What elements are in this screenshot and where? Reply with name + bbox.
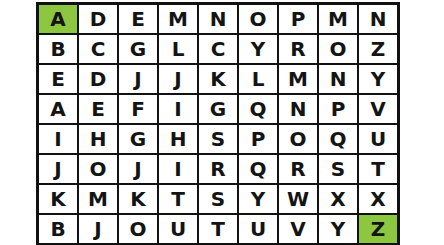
cell-r2c3[interactable]: G <box>118 34 158 64</box>
cell-r1c8[interactable]: M <box>318 4 358 34</box>
cell-r8c3[interactable]: O <box>118 214 158 244</box>
cell-r8c4[interactable]: U <box>158 214 198 244</box>
cell-r5c4[interactable]: H <box>158 124 198 154</box>
alphabet-maze-grid: ADEMNOPMNBCGLCYROZEDJJKLMNYAEFIGQNPVIHGH… <box>36 2 400 245</box>
cell-r8c8[interactable]: Y <box>318 214 358 244</box>
cell-r3c3[interactable]: J <box>118 64 158 94</box>
cell-r1c5[interactable]: N <box>198 4 238 34</box>
cell-r6c7[interactable]: R <box>278 154 318 184</box>
cell-r8c7[interactable]: V <box>278 214 318 244</box>
cell-r7c4[interactable]: T <box>158 184 198 214</box>
cell-r5c5[interactable]: S <box>198 124 238 154</box>
cell-r7c5[interactable]: S <box>198 184 238 214</box>
cell-r3c7[interactable]: M <box>278 64 318 94</box>
cell-r2c2[interactable]: C <box>78 34 118 64</box>
cell-r8c1[interactable]: B <box>38 214 78 244</box>
cell-r1c1[interactable]: A <box>38 4 78 34</box>
cell-r8c2[interactable]: J <box>78 214 118 244</box>
cell-r2c8[interactable]: O <box>318 34 358 64</box>
cell-r7c9[interactable]: X <box>358 184 398 214</box>
cell-r3c6[interactable]: L <box>238 64 278 94</box>
cell-r2c9[interactable]: Z <box>358 34 398 64</box>
cell-r2c4[interactable]: L <box>158 34 198 64</box>
cell-r2c5[interactable]: C <box>198 34 238 64</box>
cell-r5c9[interactable]: U <box>358 124 398 154</box>
cell-r4c6[interactable]: Q <box>238 94 278 124</box>
cell-r1c7[interactable]: P <box>278 4 318 34</box>
cell-r1c3[interactable]: E <box>118 4 158 34</box>
cell-r4c8[interactable]: P <box>318 94 358 124</box>
cell-r4c9[interactable]: V <box>358 94 398 124</box>
cell-r6c2[interactable]: O <box>78 154 118 184</box>
cell-r3c1[interactable]: E <box>38 64 78 94</box>
cell-r8c9[interactable]: Z <box>358 214 398 244</box>
cell-r7c3[interactable]: K <box>118 184 158 214</box>
cell-r4c4[interactable]: I <box>158 94 198 124</box>
cell-r7c2[interactable]: M <box>78 184 118 214</box>
worksheet-page: { "game": "alphabet-maze-letter-grid", "… <box>0 0 444 245</box>
cell-r5c1[interactable]: I <box>38 124 78 154</box>
cell-r6c4[interactable]: I <box>158 154 198 184</box>
cell-r5c6[interactable]: P <box>238 124 278 154</box>
cell-r1c6[interactable]: O <box>238 4 278 34</box>
cell-r2c7[interactable]: R <box>278 34 318 64</box>
cell-r6c1[interactable]: J <box>38 154 78 184</box>
cell-r7c1[interactable]: K <box>38 184 78 214</box>
cell-r6c8[interactable]: S <box>318 154 358 184</box>
cell-r3c9[interactable]: Y <box>358 64 398 94</box>
cell-r5c3[interactable]: G <box>118 124 158 154</box>
cell-r6c3[interactable]: J <box>118 154 158 184</box>
cell-r8c6[interactable]: U <box>238 214 278 244</box>
cell-r7c8[interactable]: X <box>318 184 358 214</box>
cell-r1c2[interactable]: D <box>78 4 118 34</box>
cell-r3c2[interactable]: D <box>78 64 118 94</box>
cell-r1c4[interactable]: M <box>158 4 198 34</box>
cell-r1c9[interactable]: N <box>358 4 398 34</box>
cell-r4c1[interactable]: A <box>38 94 78 124</box>
cell-r5c2[interactable]: H <box>78 124 118 154</box>
cell-r5c7[interactable]: O <box>278 124 318 154</box>
cell-r6c9[interactable]: T <box>358 154 398 184</box>
cell-r3c4[interactable]: J <box>158 64 198 94</box>
cell-r6c6[interactable]: Q <box>238 154 278 184</box>
cell-r4c5[interactable]: G <box>198 94 238 124</box>
cell-r4c7[interactable]: N <box>278 94 318 124</box>
cell-r7c7[interactable]: W <box>278 184 318 214</box>
cell-r4c3[interactable]: F <box>118 94 158 124</box>
cell-r3c8[interactable]: N <box>318 64 358 94</box>
cell-r2c6[interactable]: Y <box>238 34 278 64</box>
cell-r2c1[interactable]: B <box>38 34 78 64</box>
cell-r4c2[interactable]: E <box>78 94 118 124</box>
cell-r7c6[interactable]: Y <box>238 184 278 214</box>
cell-r6c5[interactable]: R <box>198 154 238 184</box>
cell-r5c8[interactable]: Q <box>318 124 358 154</box>
cell-r3c5[interactable]: K <box>198 64 238 94</box>
cell-r8c5[interactable]: T <box>198 214 238 244</box>
